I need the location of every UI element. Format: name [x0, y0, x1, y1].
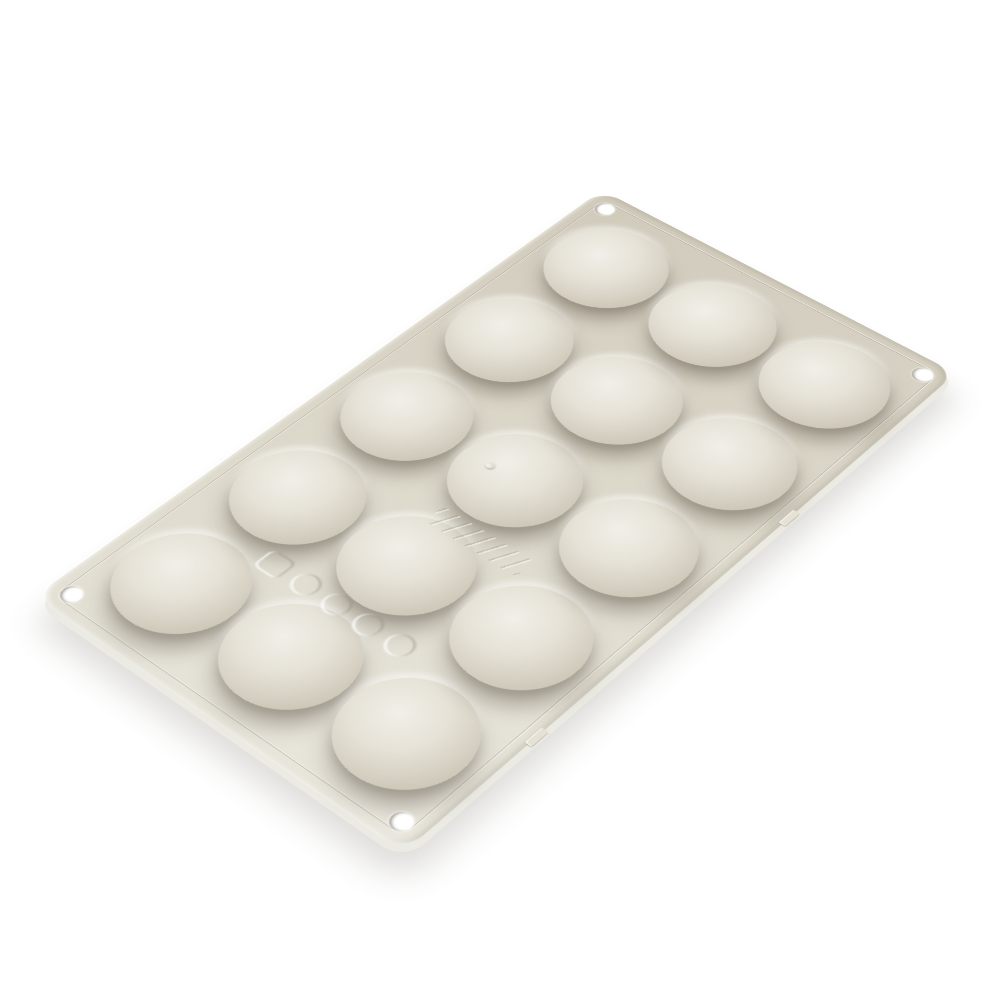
silicone-mould-tray: [35, 190, 957, 853]
image-caption: Cream-white 15-cavity half-sphere silico…: [0, 0, 1, 1]
product-photo: Cream-white 15-cavity half-sphere silico…: [0, 0, 1000, 1000]
dome-vent-nub: [484, 461, 497, 470]
cavity-grid: [35, 190, 957, 853]
